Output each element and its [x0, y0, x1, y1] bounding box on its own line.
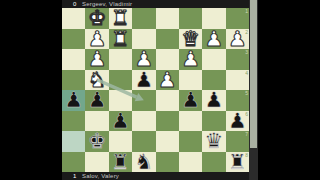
- square-c1[interactable]: [179, 8, 202, 29]
- piece-white-pawn: ♟: [132, 49, 155, 70]
- square-h1[interactable]: [62, 8, 85, 29]
- square-g5[interactable]: ♟: [85, 90, 108, 111]
- right-black-bar: [258, 0, 320, 180]
- square-f4[interactable]: [109, 70, 132, 91]
- square-d8[interactable]: [156, 152, 179, 173]
- piece-white-queen: ♛: [179, 29, 202, 50]
- square-c2[interactable]: ♛: [179, 29, 202, 50]
- piece-white-pawn: ♟: [85, 29, 108, 50]
- square-d3[interactable]: [156, 49, 179, 70]
- piece-white-pawn: ♟: [179, 49, 202, 70]
- bottom-player-score: 1: [73, 172, 82, 180]
- square-d5[interactable]: [156, 90, 179, 111]
- piece-black-pawn: ♟: [109, 111, 132, 132]
- square-a6[interactable]: ♟6: [226, 111, 249, 132]
- piece-white-king: ♚: [85, 8, 108, 29]
- chess-app: 0 Sergeev, Vladimir ♚♜1♟♜♛♟♟2♟♟♟3♞♟♟4♟♟♟…: [62, 0, 249, 180]
- square-c8[interactable]: [179, 152, 202, 173]
- square-d4[interactable]: ♟: [156, 70, 179, 91]
- square-f5[interactable]: [109, 90, 132, 111]
- square-e8[interactable]: ♞: [132, 152, 155, 173]
- square-b7[interactable]: ♛: [202, 131, 225, 152]
- square-b5[interactable]: ♟: [202, 90, 225, 111]
- square-c7[interactable]: [179, 131, 202, 152]
- video-frame: 0 Sergeev, Vladimir ♚♜1♟♜♛♟♟2♟♟♟3♞♟♟4♟♟♟…: [0, 0, 320, 180]
- square-e7[interactable]: [132, 131, 155, 152]
- piece-black-pawn: ♟: [85, 90, 108, 111]
- square-c3[interactable]: ♟: [179, 49, 202, 70]
- square-c6[interactable]: [179, 111, 202, 132]
- rank-label: 6: [245, 111, 248, 117]
- square-f3[interactable]: [109, 49, 132, 70]
- square-c4[interactable]: [179, 70, 202, 91]
- square-b8[interactable]: [202, 152, 225, 173]
- square-e3[interactable]: ♟: [132, 49, 155, 70]
- square-a7[interactable]: 7: [226, 131, 249, 152]
- piece-white-pawn: ♟: [226, 29, 249, 50]
- piece-black-king: ♚: [85, 131, 108, 152]
- piece-white-pawn: ♟: [202, 29, 225, 50]
- piece-white-knight: ♞: [85, 70, 108, 91]
- square-e5[interactable]: [132, 90, 155, 111]
- square-d7[interactable]: [156, 131, 179, 152]
- rank-label: 3: [245, 49, 248, 55]
- top-player-score: 0: [73, 0, 82, 8]
- square-f1[interactable]: ♜: [109, 8, 132, 29]
- square-g6[interactable]: [85, 111, 108, 132]
- square-b3[interactable]: [202, 49, 225, 70]
- square-a4[interactable]: 4: [226, 70, 249, 91]
- piece-white-pawn: ♟: [85, 49, 108, 70]
- scrollbar-track[interactable]: [249, 0, 258, 180]
- rank-label: 5: [245, 90, 248, 96]
- left-black-bar: [0, 0, 62, 180]
- piece-black-pawn: ♟: [179, 90, 202, 111]
- square-g2[interactable]: ♟: [85, 29, 108, 50]
- piece-black-queen: ♛: [202, 131, 225, 152]
- square-a3[interactable]: 3: [226, 49, 249, 70]
- square-a1[interactable]: 1: [226, 8, 249, 29]
- square-b1[interactable]: [202, 8, 225, 29]
- square-f2[interactable]: ♜: [109, 29, 132, 50]
- square-b6[interactable]: [202, 111, 225, 132]
- square-e6[interactable]: [132, 111, 155, 132]
- square-g1[interactable]: ♚: [85, 8, 108, 29]
- square-h8[interactable]: [62, 152, 85, 173]
- square-b2[interactable]: ♟: [202, 29, 225, 50]
- piece-white-pawn: ♟: [156, 70, 179, 91]
- square-e2[interactable]: [132, 29, 155, 50]
- square-a8[interactable]: ♜8: [226, 152, 249, 173]
- rank-label: 7: [245, 131, 248, 137]
- bottom-player-bar: 1 Salov, Valery: [62, 172, 249, 180]
- square-d1[interactable]: [156, 8, 179, 29]
- square-h7[interactable]: [62, 131, 85, 152]
- rank-label: 2: [245, 29, 248, 35]
- scrollbar-thumb[interactable]: [250, 0, 257, 148]
- square-g7[interactable]: ♚: [85, 131, 108, 152]
- square-d6[interactable]: [156, 111, 179, 132]
- square-b4[interactable]: [202, 70, 225, 91]
- rank-label: 4: [245, 70, 248, 76]
- square-a5[interactable]: 5: [226, 90, 249, 111]
- rank-label: 8: [245, 152, 248, 158]
- square-g8[interactable]: [85, 152, 108, 173]
- square-e1[interactable]: [132, 8, 155, 29]
- rank-label: 1: [245, 8, 248, 14]
- piece-black-pawn: ♟: [202, 90, 225, 111]
- square-c5[interactable]: ♟: [179, 90, 202, 111]
- square-h3[interactable]: [62, 49, 85, 70]
- square-a2[interactable]: ♟2: [226, 29, 249, 50]
- square-g4[interactable]: ♞: [85, 70, 108, 91]
- top-player-bar: 0 Sergeev, Vladimir: [62, 0, 249, 8]
- square-g3[interactable]: ♟: [85, 49, 108, 70]
- square-d2[interactable]: [156, 29, 179, 50]
- piece-white-rook: ♜: [109, 29, 132, 50]
- piece-black-pawn: ♟: [226, 111, 249, 132]
- piece-black-rook: ♜: [226, 152, 249, 173]
- square-h2[interactable]: [62, 29, 85, 50]
- bottom-player-name: Salov, Valery: [82, 172, 119, 180]
- piece-black-pawn: ♟: [132, 70, 155, 91]
- piece-black-pawn: ♟: [62, 90, 85, 111]
- piece-white-rook: ♜: [109, 8, 132, 29]
- square-h5[interactable]: ♟: [62, 90, 85, 111]
- square-e4[interactable]: ♟: [132, 70, 155, 91]
- piece-black-rook: ♜: [109, 152, 132, 173]
- chess-board: ♚♜1♟♜♛♟♟2♟♟♟3♞♟♟4♟♟♟♟5♟♟6♚♛7♜♞♜8: [62, 8, 249, 172]
- square-f8[interactable]: ♜: [109, 152, 132, 173]
- square-h4[interactable]: [62, 70, 85, 91]
- square-f7[interactable]: [109, 131, 132, 152]
- piece-black-knight: ♞: [132, 152, 155, 173]
- square-h6[interactable]: [62, 111, 85, 132]
- square-f6[interactable]: ♟: [109, 111, 132, 132]
- top-player-name: Sergeev, Vladimir: [82, 0, 132, 8]
